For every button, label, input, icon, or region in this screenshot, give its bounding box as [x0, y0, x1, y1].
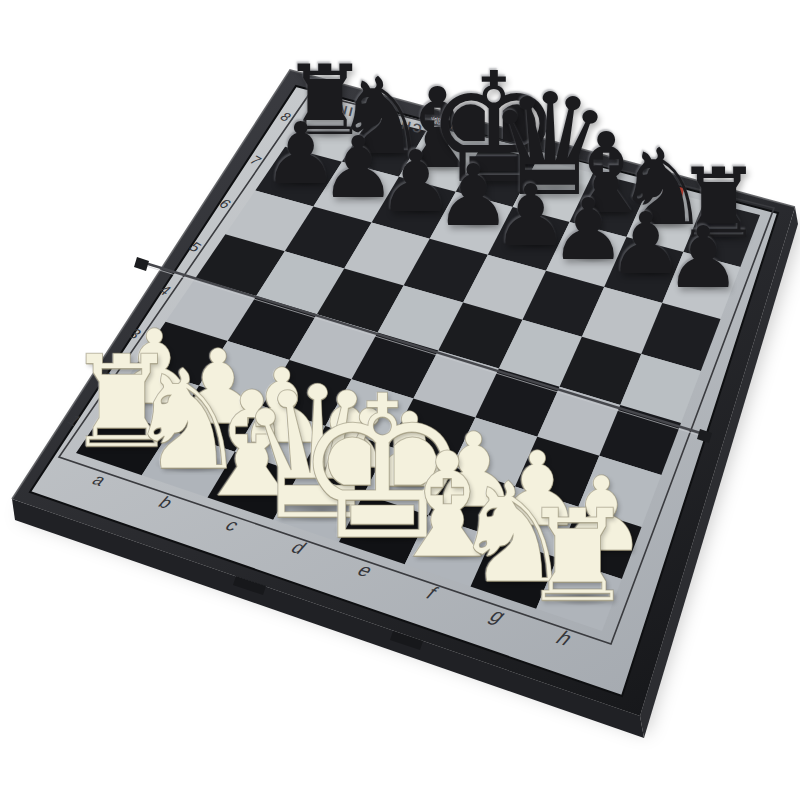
photo-canvas: 87654321 abcdefgh CHESS KING 国际 象棋 ♜♞♝♚♛… [0, 0, 800, 800]
hinge-notch-left [134, 257, 149, 271]
chess-board: 87654321 abcdefgh CHESS KING 国际 象棋 [0, 0, 800, 800]
